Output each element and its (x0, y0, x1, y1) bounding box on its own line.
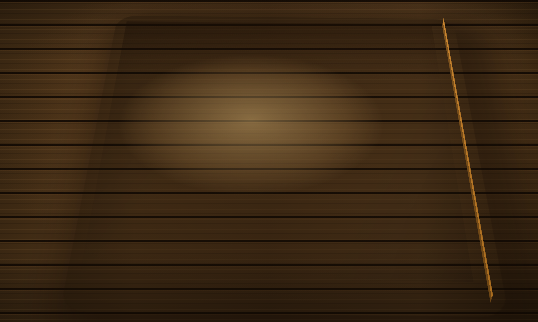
board-grid (79, 21, 473, 282)
checkers-board (59, 13, 493, 297)
board-surface (59, 13, 493, 297)
table-background (0, 0, 538, 322)
